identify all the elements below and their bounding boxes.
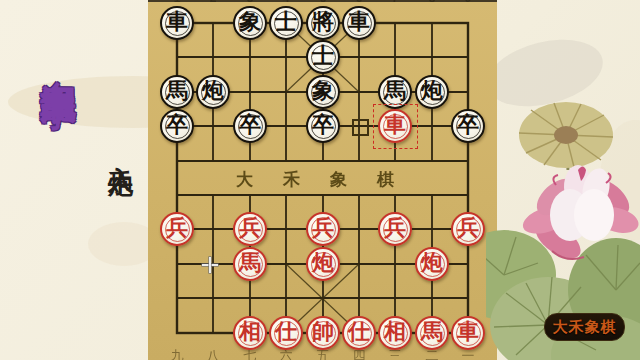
piece-red-horse[interactable]: 馬 xyxy=(415,316,449,350)
piece-red-cannon[interactable]: 炮 xyxy=(306,247,340,281)
piece-glyph: 兵 xyxy=(457,217,479,239)
file-label-top: 1 xyxy=(171,0,183,5)
piece-black-advisor[interactable]: 士 xyxy=(306,40,340,74)
lotus-painting xyxy=(486,25,640,360)
piece-glyph: 兵 xyxy=(384,217,406,239)
piece-glyph: 兵 xyxy=(166,217,188,239)
piece-red-elephant[interactable]: 相 xyxy=(233,316,267,350)
piece-red-pawn[interactable]: 兵 xyxy=(378,212,412,246)
piece-glyph: 將 xyxy=(312,11,334,33)
piece-glyph: 卒 xyxy=(457,114,479,136)
file-label-top: 9 xyxy=(462,0,474,5)
piece-glyph: 車 xyxy=(348,11,370,33)
brand-watermark-badge: 大禾象棋 xyxy=(544,313,625,341)
piece-black-pawn[interactable]: 卒 xyxy=(451,109,485,143)
piece-glyph: 車 xyxy=(457,321,479,343)
piece-glyph: 卒 xyxy=(166,114,188,136)
piece-glyph: 相 xyxy=(384,321,406,343)
piece-glyph: 馬 xyxy=(239,252,261,274)
piece-red-horse[interactable]: 馬 xyxy=(233,247,267,281)
piece-glyph: 卒 xyxy=(239,114,261,136)
piece-glyph: 仕 xyxy=(275,321,297,343)
file-label-top: 4 xyxy=(280,0,292,5)
piece-glyph: 炮 xyxy=(202,80,224,102)
piece-glyph: 車 xyxy=(166,11,188,33)
piece-glyph: 馬 xyxy=(166,80,188,102)
file-label-top: 8 xyxy=(426,0,438,5)
piece-glyph: 炮 xyxy=(312,252,334,274)
piece-black-cannon[interactable]: 炮 xyxy=(196,75,230,109)
piece-red-general[interactable]: 帥 xyxy=(306,316,340,350)
piece-black-pawn[interactable]: 卒 xyxy=(306,109,340,143)
piece-red-pawn[interactable]: 兵 xyxy=(306,212,340,246)
piece-glyph: 炮 xyxy=(421,80,443,102)
file-label-top: 2 xyxy=(207,0,219,5)
piece-glyph: 兵 xyxy=(312,217,334,239)
piece-glyph: 士 xyxy=(275,11,297,33)
file-label-top: 7 xyxy=(389,0,401,5)
screenshot-root: 自出洞来无敌手 入手炮 大禾象棋 123456789 九八七六五四三二一 車象士… xyxy=(0,0,640,360)
file-label-top: 3 xyxy=(244,0,256,5)
piece-glyph: 象 xyxy=(312,80,334,102)
piece-black-advisor[interactable]: 士 xyxy=(269,6,303,40)
piece-black-horse[interactable]: 馬 xyxy=(160,75,194,109)
page-title-vertical: 自出洞来无敌手 xyxy=(33,52,82,332)
piece-red-pawn[interactable]: 兵 xyxy=(160,212,194,246)
selected-piece-highlight xyxy=(373,104,418,149)
file-label-bottom: 九 xyxy=(170,347,184,360)
piece-red-chariot[interactable]: 車 xyxy=(451,316,485,350)
piece-glyph: 馬 xyxy=(421,321,443,343)
piece-glyph: 士 xyxy=(312,45,334,67)
piece-black-elephant[interactable]: 象 xyxy=(306,75,340,109)
brand-watermark-text: 大禾象棋 xyxy=(553,318,617,337)
piece-red-cannon[interactable]: 炮 xyxy=(415,247,449,281)
piece-glyph: 馬 xyxy=(384,80,406,102)
piece-black-chariot[interactable]: 車 xyxy=(342,6,376,40)
piece-black-cannon[interactable]: 炮 xyxy=(415,75,449,109)
piece-glyph: 帥 xyxy=(312,321,334,343)
piece-red-pawn[interactable]: 兵 xyxy=(451,212,485,246)
piece-glyph: 卒 xyxy=(312,114,334,136)
piece-glyph: 仕 xyxy=(348,321,370,343)
last-move-origin-marker xyxy=(352,119,369,136)
piece-glyph: 兵 xyxy=(239,217,261,239)
piece-red-advisor[interactable]: 仕 xyxy=(342,316,376,350)
piece-black-chariot[interactable]: 車 xyxy=(160,6,194,40)
opening-name-label: 入手炮 xyxy=(105,146,138,246)
piece-glyph: 炮 xyxy=(421,252,443,274)
piece-black-general[interactable]: 將 xyxy=(306,6,340,40)
file-label-top: 6 xyxy=(353,0,365,5)
xiangqi-board[interactable]: 大禾象棋 123456789 九八七六五四三二一 車象士將車士馬炮象馬炮卒卒卒卒… xyxy=(148,0,497,360)
piece-black-pawn[interactable]: 卒 xyxy=(160,109,194,143)
piece-red-advisor[interactable]: 仕 xyxy=(269,316,303,350)
file-label-top: 5 xyxy=(317,0,329,5)
piece-glyph: 象 xyxy=(239,11,261,33)
piece-black-pawn[interactable]: 卒 xyxy=(233,109,267,143)
piece-glyph: 相 xyxy=(239,321,261,343)
piece-black-elephant[interactable]: 象 xyxy=(233,6,267,40)
piece-red-elephant[interactable]: 相 xyxy=(378,316,412,350)
river-brand-text: 大禾象棋 xyxy=(236,168,424,191)
file-label-bottom: 八 xyxy=(206,347,220,360)
piece-red-pawn[interactable]: 兵 xyxy=(233,212,267,246)
